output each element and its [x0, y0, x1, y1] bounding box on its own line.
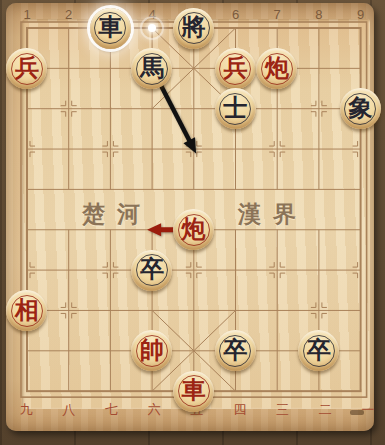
point-8-8[interactable]: 卒	[298, 331, 340, 371]
red-soldier[interactable]: 兵	[6, 48, 47, 89]
point-1-6[interactable]	[6, 250, 48, 290]
point-7-2[interactable]	[256, 89, 298, 129]
point-9-2[interactable]: 象	[340, 89, 382, 129]
point-5-3[interactable]	[173, 129, 215, 169]
point-7-3[interactable]	[256, 129, 298, 169]
red-soldier[interactable]: 兵	[215, 48, 256, 89]
red-cannon[interactable]: 炮	[256, 48, 297, 89]
black-soldier[interactable]: 卒	[131, 250, 172, 291]
point-2-1[interactable]	[48, 48, 90, 88]
point-4-3[interactable]	[131, 129, 173, 169]
point-7-8[interactable]	[256, 331, 298, 371]
black-elephant[interactable]: 象	[340, 88, 381, 129]
point-2-0[interactable]	[48, 8, 90, 48]
piece-glyph: 象	[348, 96, 372, 120]
point-3-6[interactable]	[89, 250, 131, 290]
piece-glyph: 兵	[223, 56, 247, 80]
piece-glyph: 士	[223, 96, 247, 120]
point-4-9[interactable]	[131, 371, 173, 411]
point-3-3[interactable]	[89, 129, 131, 169]
point-8-6[interactable]	[298, 250, 340, 290]
point-8-7[interactable]	[298, 290, 340, 330]
point-9-5[interactable]	[340, 210, 382, 250]
point-6-4[interactable]	[214, 169, 256, 209]
point-6-1[interactable]: 兵	[214, 48, 256, 88]
piece-glyph: 帥	[140, 338, 164, 362]
point-5-5[interactable]: 炮	[173, 210, 215, 250]
point-9-6[interactable]	[340, 250, 382, 290]
xiangqi-app-screen: 123456789九八七六五四三二一 楚河 漢界 車將兵馬兵炮士象炮卒相帥卒卒車	[0, 0, 385, 445]
black-soldier[interactable]: 卒	[298, 330, 339, 371]
point-7-0[interactable]	[256, 8, 298, 48]
point-1-3[interactable]	[6, 129, 48, 169]
point-5-0[interactable]: 將	[173, 8, 215, 48]
piece-glyph: 將	[182, 15, 206, 39]
point-5-9[interactable]: 車	[173, 371, 215, 411]
point-3-9[interactable]	[89, 371, 131, 411]
point-3-0[interactable]: 車	[89, 8, 131, 48]
red-cannon[interactable]: 炮	[173, 209, 214, 250]
piece-glyph: 相	[15, 298, 39, 322]
point-4-7[interactable]	[131, 290, 173, 330]
piece-glyph: 車	[98, 15, 122, 39]
red-general[interactable]: 帥	[131, 330, 172, 371]
black-soldier[interactable]: 卒	[215, 330, 256, 371]
point-9-1[interactable]	[340, 48, 382, 88]
point-4-4[interactable]	[131, 169, 173, 209]
point-1-1[interactable]: 兵	[6, 48, 48, 88]
point-6-0[interactable]	[214, 8, 256, 48]
point-3-4[interactable]	[89, 169, 131, 209]
point-2-6[interactable]	[48, 250, 90, 290]
piece-glyph: 兵	[15, 56, 39, 80]
point-2-7[interactable]	[48, 290, 90, 330]
point-1-5[interactable]	[6, 210, 48, 250]
point-3-2[interactable]	[89, 89, 131, 129]
move-origin-dot	[140, 16, 164, 40]
point-7-1[interactable]: 炮	[256, 48, 298, 88]
point-4-6[interactable]: 卒	[131, 250, 173, 290]
point-1-4[interactable]	[6, 169, 48, 209]
point-1-0[interactable]	[6, 8, 48, 48]
point-6-7[interactable]	[214, 290, 256, 330]
point-7-6[interactable]	[256, 250, 298, 290]
point-5-6[interactable]	[173, 250, 215, 290]
point-8-5[interactable]	[298, 210, 340, 250]
point-5-8[interactable]	[173, 331, 215, 371]
point-7-7[interactable]	[256, 290, 298, 330]
point-6-3[interactable]	[214, 129, 256, 169]
board-grid: 車將兵馬兵炮士象炮卒相帥卒卒車	[6, 8, 381, 411]
point-4-8[interactable]: 帥	[131, 331, 173, 371]
point-2-2[interactable]	[48, 89, 90, 129]
point-2-3[interactable]	[48, 129, 90, 169]
point-8-4[interactable]	[298, 169, 340, 209]
point-7-4[interactable]	[256, 169, 298, 209]
black-horse[interactable]: 馬	[131, 48, 172, 89]
black-general[interactable]: 將	[173, 8, 214, 49]
point-8-2[interactable]	[298, 89, 340, 129]
point-8-1[interactable]	[298, 48, 340, 88]
piece-glyph: 卒	[223, 338, 247, 362]
point-6-2[interactable]: 士	[214, 89, 256, 129]
point-3-5[interactable]	[89, 210, 131, 250]
point-9-9[interactable]	[340, 371, 382, 411]
piece-glyph: 炮	[182, 217, 206, 241]
point-1-7[interactable]: 相	[6, 290, 48, 330]
point-5-1[interactable]	[173, 48, 215, 88]
point-1-2[interactable]	[6, 89, 48, 129]
point-8-9[interactable]	[298, 371, 340, 411]
point-9-0[interactable]	[340, 8, 382, 48]
point-8-3[interactable]	[298, 129, 340, 169]
point-5-7[interactable]	[173, 290, 215, 330]
point-3-1[interactable]	[89, 48, 131, 88]
black-advisor[interactable]: 士	[215, 88, 256, 129]
point-3-7[interactable]	[89, 290, 131, 330]
point-8-0[interactable]	[298, 8, 340, 48]
point-6-9[interactable]	[214, 371, 256, 411]
piece-glyph: 卒	[140, 257, 164, 281]
red-chariot[interactable]: 車	[173, 371, 214, 412]
point-9-3[interactable]	[340, 129, 382, 169]
piece-glyph: 炮	[265, 56, 289, 80]
point-4-0[interactable]	[131, 8, 173, 48]
point-7-9[interactable]	[256, 371, 298, 411]
point-4-2[interactable]	[131, 89, 173, 129]
point-6-8[interactable]: 卒	[214, 331, 256, 371]
black-chariot[interactable]: 車	[90, 8, 131, 49]
point-2-9[interactable]	[48, 371, 90, 411]
point-9-7[interactable]	[340, 290, 382, 330]
piece-glyph: 車	[182, 378, 206, 402]
point-5-2[interactable]	[173, 89, 215, 129]
red-elephant[interactable]: 相	[6, 290, 47, 331]
point-2-4[interactable]	[48, 169, 90, 209]
piece-glyph: 馬	[140, 56, 164, 80]
point-7-5[interactable]	[256, 210, 298, 250]
point-1-9[interactable]	[6, 371, 48, 411]
point-4-5[interactable]	[131, 210, 173, 250]
point-4-1[interactable]: 馬	[131, 48, 173, 88]
point-3-8[interactable]	[89, 331, 131, 371]
point-2-8[interactable]	[48, 331, 90, 371]
point-2-5[interactable]	[48, 210, 90, 250]
point-1-8[interactable]	[6, 331, 48, 371]
point-6-5[interactable]	[214, 210, 256, 250]
point-6-6[interactable]	[214, 250, 256, 290]
point-5-4[interactable]	[173, 169, 215, 209]
point-9-8[interactable]	[340, 331, 382, 371]
point-9-4[interactable]	[340, 169, 382, 209]
piece-glyph: 卒	[307, 338, 331, 362]
